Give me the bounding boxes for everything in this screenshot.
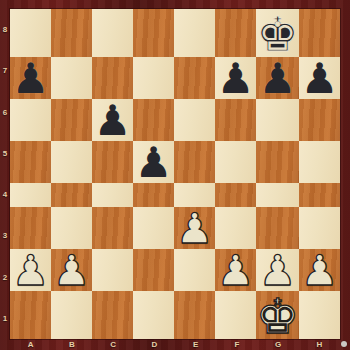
rank-label-5: 5	[0, 133, 10, 174]
square-b2[interactable]: ♟	[51, 249, 92, 291]
square-d6[interactable]	[133, 99, 174, 141]
file-label-e: E	[175, 339, 216, 350]
square-h8[interactable]	[299, 9, 340, 57]
square-a5[interactable]	[10, 141, 51, 183]
square-c6[interactable]: ♟	[92, 99, 133, 141]
square-h6[interactable]	[299, 99, 340, 141]
file-label-f: F	[216, 339, 257, 350]
white-pawn-a2[interactable]: ♟	[12, 250, 50, 292]
square-g1[interactable]: ♚	[256, 291, 299, 339]
file-label-h: H	[299, 339, 340, 350]
square-c2[interactable]	[92, 249, 133, 291]
square-d2[interactable]	[133, 249, 174, 291]
file-label-a: A	[10, 339, 51, 350]
square-h7[interactable]: ♟	[299, 57, 340, 99]
white-pawn-f2[interactable]: ♟	[217, 250, 255, 292]
square-a2[interactable]: ♟	[10, 249, 51, 291]
square-c1[interactable]	[92, 291, 133, 339]
corner-marker-dot	[341, 341, 347, 347]
square-e1[interactable]	[174, 291, 215, 339]
square-a1[interactable]	[10, 291, 51, 339]
square-h5[interactable]	[299, 141, 340, 183]
square-g6[interactable]	[256, 99, 299, 141]
square-a7[interactable]: ♟	[10, 57, 51, 99]
square-e2[interactable]	[174, 249, 215, 291]
square-e7[interactable]	[174, 57, 215, 99]
square-d5[interactable]: ♟	[133, 141, 174, 183]
square-d8[interactable]	[133, 9, 174, 57]
square-a8[interactable]	[10, 9, 51, 57]
square-c5[interactable]	[92, 141, 133, 183]
square-e3[interactable]: ♟	[174, 207, 215, 249]
square-e5[interactable]	[174, 141, 215, 183]
rank-labels: 87654321	[0, 9, 10, 339]
square-g7[interactable]: ♟	[256, 57, 299, 99]
rank-label-8: 8	[0, 9, 10, 50]
square-a4[interactable]	[10, 183, 51, 207]
file-label-c: C	[93, 339, 134, 350]
square-h3[interactable]	[299, 207, 340, 249]
square-b7[interactable]	[51, 57, 92, 99]
square-h2[interactable]: ♟	[299, 249, 340, 291]
square-g8[interactable]: ♚	[256, 9, 299, 57]
square-c4[interactable]	[92, 183, 133, 207]
square-f4[interactable]	[215, 183, 256, 207]
square-f1[interactable]	[215, 291, 256, 339]
square-d3[interactable]	[133, 207, 174, 249]
black-pawn-g7[interactable]: ♟	[259, 58, 297, 100]
square-d1[interactable]	[133, 291, 174, 339]
file-label-d: D	[134, 339, 175, 350]
square-g2[interactable]: ♟	[256, 249, 299, 291]
square-c7[interactable]	[92, 57, 133, 99]
black-pawn-d5[interactable]: ♟	[135, 142, 173, 184]
square-b8[interactable]	[51, 9, 92, 57]
black-pawn-c6[interactable]: ♟	[94, 100, 132, 142]
square-a3[interactable]	[10, 207, 51, 249]
square-c3[interactable]	[92, 207, 133, 249]
white-pawn-b2[interactable]: ♟	[53, 250, 91, 292]
white-pawn-h2[interactable]: ♟	[301, 250, 339, 292]
square-g5[interactable]	[256, 141, 299, 183]
square-f7[interactable]: ♟	[215, 57, 256, 99]
rank-label-6: 6	[0, 92, 10, 133]
file-label-g: G	[258, 339, 299, 350]
white-pawn-g2[interactable]: ♟	[259, 250, 297, 292]
square-f5[interactable]	[215, 141, 256, 183]
square-h1[interactable]	[299, 291, 340, 339]
square-b1[interactable]	[51, 291, 92, 339]
chess-board-frame: 87654321 ♚♟♟♟♟♟♟♟♟♟♟♟♟♚ ABCDEFGH	[0, 0, 350, 350]
black-pawn-a7[interactable]: ♟	[12, 58, 50, 100]
white-king-g1[interactable]: ♚	[256, 292, 299, 340]
file-labels: ABCDEFGH	[10, 339, 340, 350]
white-pawn-e3[interactable]: ♟	[176, 208, 214, 250]
black-king-g8[interactable]: ♚	[256, 10, 299, 58]
square-g3[interactable]	[256, 207, 299, 249]
black-pawn-h7[interactable]: ♟	[301, 58, 339, 100]
rank-label-4: 4	[0, 174, 10, 215]
rank-label-2: 2	[0, 257, 10, 298]
square-b4[interactable]	[51, 183, 92, 207]
square-e8[interactable]	[174, 9, 215, 57]
square-f2[interactable]: ♟	[215, 249, 256, 291]
square-f8[interactable]	[215, 9, 256, 57]
square-c8[interactable]	[92, 9, 133, 57]
file-label-b: B	[51, 339, 92, 350]
rank-label-7: 7	[0, 50, 10, 91]
square-e6[interactable]	[174, 99, 215, 141]
square-b6[interactable]	[51, 99, 92, 141]
square-f3[interactable]	[215, 207, 256, 249]
square-d7[interactable]	[133, 57, 174, 99]
black-pawn-f7[interactable]: ♟	[217, 58, 255, 100]
square-g4[interactable]	[256, 183, 299, 207]
square-h4[interactable]	[299, 183, 340, 207]
square-b3[interactable]	[51, 207, 92, 249]
square-a6[interactable]	[10, 99, 51, 141]
square-f6[interactable]	[215, 99, 256, 141]
rank-label-1: 1	[0, 298, 10, 339]
square-b5[interactable]	[51, 141, 92, 183]
rank-label-3: 3	[0, 215, 10, 256]
chess-board: ♚♟♟♟♟♟♟♟♟♟♟♟♟♚	[10, 9, 340, 339]
